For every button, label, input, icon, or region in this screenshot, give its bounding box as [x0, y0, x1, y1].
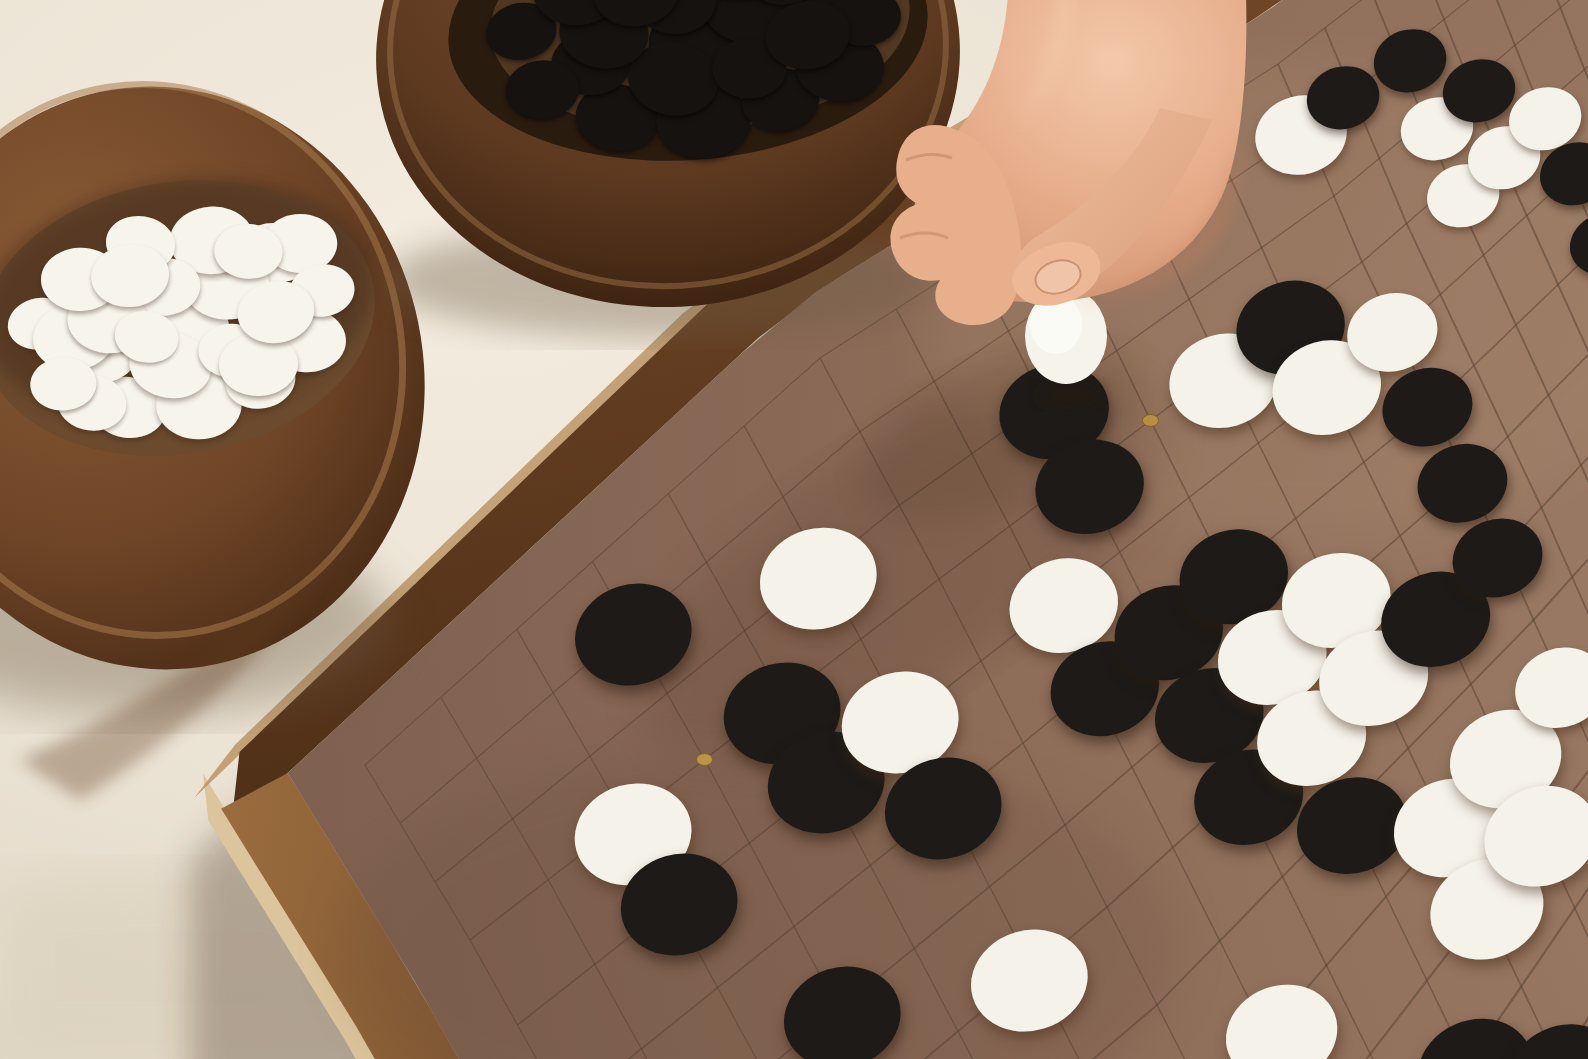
go-photo-scene: ●●●●●●●●●●●●●●●●●●●●●●●●●●●●●●●●●●●●●●●●… — [0, 0, 1588, 1059]
hand — [0, 0, 1588, 1059]
held-white-stone — [1025, 288, 1107, 409]
